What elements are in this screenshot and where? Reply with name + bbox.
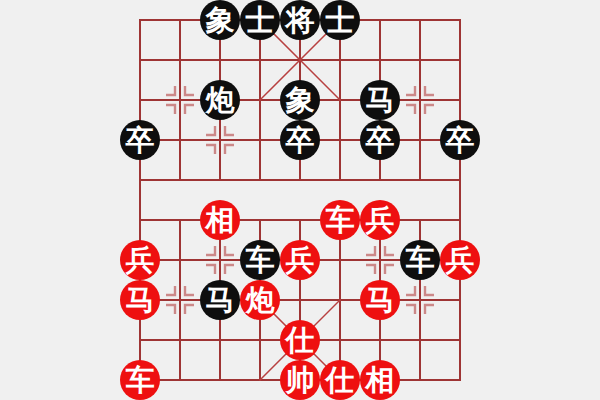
piece-red-general[interactable]: 帅 — [280, 360, 320, 400]
piece-red-elephant[interactable]: 相 — [360, 360, 400, 400]
piece-black-advisor[interactable]: 士 — [320, 0, 360, 40]
piece-red-soldier[interactable]: 兵 — [360, 200, 400, 240]
piece-black-horse[interactable]: 马 — [360, 80, 400, 120]
piece-red-horse[interactable]: 马 — [360, 280, 400, 320]
piece-black-chariot[interactable]: 车 — [400, 240, 440, 280]
piece-red-horse[interactable]: 马 — [120, 280, 160, 320]
piece-red-soldier[interactable]: 兵 — [440, 240, 480, 280]
piece-black-elephant[interactable]: 象 — [200, 0, 240, 40]
piece-black-general[interactable]: 将 — [280, 0, 320, 40]
piece-red-advisor[interactable]: 仕 — [280, 320, 320, 360]
piece-red-cannon[interactable]: 炮 — [240, 280, 280, 320]
piece-black-soldier[interactable]: 卒 — [280, 120, 320, 160]
piece-red-soldier[interactable]: 兵 — [120, 240, 160, 280]
piece-black-cannon[interactable]: 炮 — [200, 80, 240, 120]
piece-black-advisor[interactable]: 士 — [240, 0, 280, 40]
piece-black-soldier[interactable]: 卒 — [120, 120, 160, 160]
xiangqi-board-grid[interactable]: 象士将士炮象马卒卒卒卒相车兵兵车兵车兵马马炮马仕车帅仕相 — [120, 0, 480, 400]
piece-black-horse[interactable]: 马 — [200, 280, 240, 320]
piece-black-chariot[interactable]: 车 — [240, 240, 280, 280]
piece-red-elephant[interactable]: 相 — [200, 200, 240, 240]
piece-red-soldier[interactable]: 兵 — [280, 240, 320, 280]
piece-black-soldier[interactable]: 卒 — [440, 120, 480, 160]
piece-red-chariot[interactable]: 车 — [320, 200, 360, 240]
piece-red-chariot[interactable]: 车 — [120, 360, 160, 400]
piece-black-elephant[interactable]: 象 — [280, 80, 320, 120]
piece-black-soldier[interactable]: 卒 — [360, 120, 400, 160]
xiangqi-app: 象士将士炮象马卒卒卒卒相车兵兵车兵车兵马马炮马仕车帅仕相 — [0, 0, 600, 400]
piece-red-advisor[interactable]: 仕 — [320, 360, 360, 400]
